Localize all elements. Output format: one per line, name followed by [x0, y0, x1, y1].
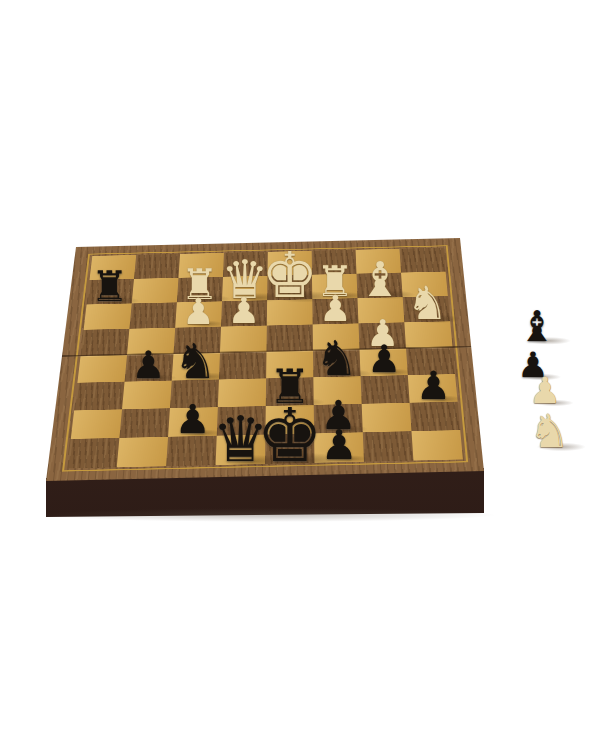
square-b8[interactable]	[363, 431, 414, 462]
piece-bK-d8[interactable]: ♚	[257, 398, 323, 472]
square-h6[interactable]	[74, 382, 124, 411]
piece-bR-h2[interactable]: ♜	[91, 266, 129, 308]
board-shadow	[38, 508, 498, 522]
offboard-piece-wN[interactable]: ♞	[528, 408, 569, 454]
square-a8[interactable]	[411, 430, 462, 460]
square-h8[interactable]	[67, 438, 119, 469]
piece-wK-d2[interactable]: ♚	[261, 244, 317, 307]
piece-wP-c3[interactable]: ♟	[319, 291, 351, 327]
square-h4[interactable]	[81, 329, 130, 356]
square-g3[interactable]	[129, 302, 176, 328]
piece-bP-b5[interactable]: ♟	[367, 340, 401, 378]
piece-bN-f5[interactable]: ♞	[174, 336, 217, 384]
piece-bP-a6[interactable]: ♟	[416, 366, 451, 405]
offboard-piece-bB[interactable]: ♝	[518, 306, 556, 348]
piece-bN-c5[interactable]: ♞	[315, 333, 358, 381]
square-a1[interactable]	[399, 248, 445, 273]
square-b7[interactable]	[362, 403, 412, 433]
piece-wP-e3[interactable]: ♟	[228, 293, 260, 329]
square-g1[interactable]	[134, 254, 180, 279]
piece-bP-g5[interactable]: ♟	[131, 346, 165, 384]
square-g7[interactable]	[119, 408, 170, 438]
piece-bP-f7[interactable]: ♟	[175, 399, 211, 439]
chess-product-photo: ♜♜♛♚♜♝♟♟♟♞♟♟♞♞♟♜♟♟♟♛♚♟ ♝♟♟♞	[0, 0, 592, 740]
piece-wP-f3[interactable]: ♟	[182, 294, 214, 330]
square-h5[interactable]	[77, 355, 127, 383]
square-g8[interactable]	[117, 437, 168, 468]
piece-wB-b2[interactable]: ♝	[358, 254, 401, 302]
square-h7[interactable]	[71, 409, 122, 439]
piece-bP-c8[interactable]: ♟	[321, 424, 358, 465]
square-d4[interactable]	[266, 324, 313, 351]
offboard-piece-wP[interactable]: ♟	[529, 373, 561, 409]
piece-wN-a3[interactable]: ♞	[406, 280, 447, 326]
